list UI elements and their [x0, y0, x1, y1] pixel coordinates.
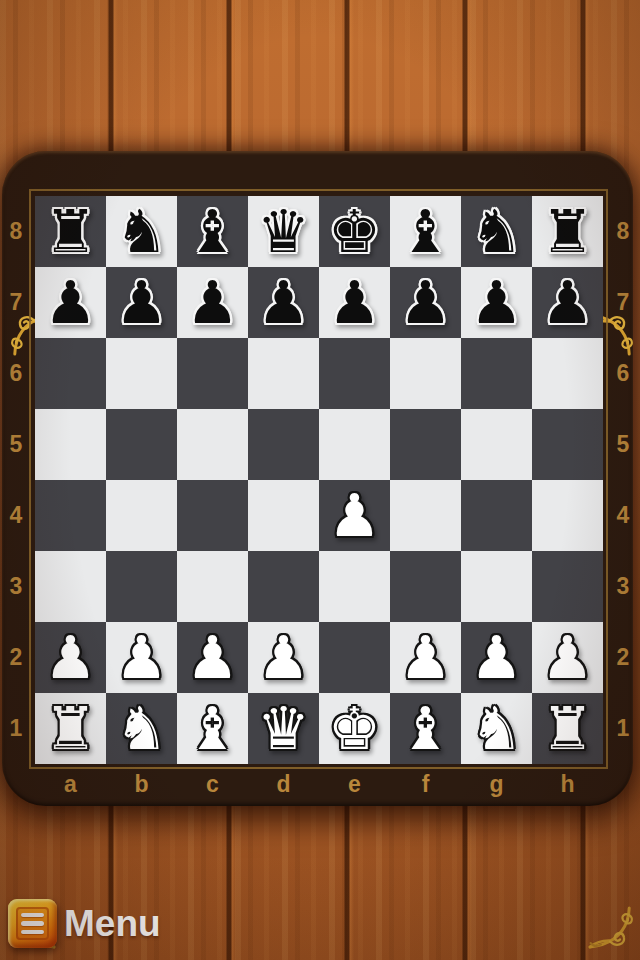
file-label-g: g	[461, 769, 532, 799]
square-e3[interactable]	[319, 551, 390, 622]
file-label-e: e	[319, 769, 390, 799]
square-g6[interactable]	[461, 338, 532, 409]
piece-black-rook-h8[interactable]: ♜	[541, 202, 594, 261]
square-b4[interactable]	[106, 480, 177, 551]
piece-white-pawn-d2[interactable]: ♟	[257, 628, 310, 687]
square-a7[interactable]: ♟	[35, 267, 106, 338]
rank-label-7-right: 7	[611, 267, 635, 338]
piece-black-pawn-e7[interactable]: ♟	[328, 273, 381, 332]
square-e2[interactable]	[319, 622, 390, 693]
rank-label-6-right: 6	[611, 338, 635, 409]
square-b3[interactable]	[106, 551, 177, 622]
piece-black-knight-b8[interactable]: ♞	[115, 202, 168, 261]
square-g5[interactable]	[461, 409, 532, 480]
piece-black-pawn-f7[interactable]: ♟	[399, 273, 452, 332]
rank-label-4-left: 4	[4, 480, 28, 551]
rank-label-7-left: 7	[4, 267, 28, 338]
file-label-d: d	[248, 769, 319, 799]
piece-white-pawn-g2[interactable]: ♟	[470, 628, 523, 687]
piece-white-pawn-e4[interactable]: ♟	[328, 486, 381, 545]
square-b8[interactable]: ♞	[106, 196, 177, 267]
piece-black-knight-g8[interactable]: ♞	[470, 202, 523, 261]
piece-white-pawn-f2[interactable]: ♟	[399, 628, 452, 687]
square-a6[interactable]	[35, 338, 106, 409]
file-label-f: f	[390, 769, 461, 799]
square-c2[interactable]: ♟	[177, 622, 248, 693]
board[interactable]: ♜♞♝♛♚♝♞♜♟♟♟♟♟♟♟♟♟♟♟♟♟♟♟♟♜♞♝♛♚♝♞♜	[35, 196, 603, 764]
square-d3[interactable]	[248, 551, 319, 622]
rank-label-1-right: 1	[611, 693, 635, 764]
square-b1[interactable]: ♞	[106, 693, 177, 764]
square-d8[interactable]: ♛	[248, 196, 319, 267]
rank-label-2-right: 2	[611, 622, 635, 693]
square-h1[interactable]: ♜	[532, 693, 603, 764]
rank-label-4-right: 4	[611, 480, 635, 551]
square-c1[interactable]: ♝	[177, 693, 248, 764]
square-h3[interactable]	[532, 551, 603, 622]
square-f7[interactable]: ♟	[390, 267, 461, 338]
square-e1[interactable]: ♚	[319, 693, 390, 764]
piece-white-knight-b1[interactable]: ♞	[115, 699, 168, 758]
square-e6[interactable]	[319, 338, 390, 409]
piece-black-king-e8[interactable]: ♚	[328, 202, 381, 261]
square-d5[interactable]	[248, 409, 319, 480]
square-e5[interactable]	[319, 409, 390, 480]
square-f4[interactable]	[390, 480, 461, 551]
hamburger-menu-icon-face	[16, 907, 49, 940]
piece-white-knight-g1[interactable]: ♞	[470, 699, 523, 758]
square-g1[interactable]: ♞	[461, 693, 532, 764]
piece-black-pawn-h7[interactable]: ♟	[541, 273, 594, 332]
square-h8[interactable]: ♜	[532, 196, 603, 267]
square-c3[interactable]	[177, 551, 248, 622]
piece-black-rook-a8[interactable]: ♜	[44, 202, 97, 261]
menu-bar	[21, 930, 44, 935]
square-f5[interactable]	[390, 409, 461, 480]
square-d6[interactable]	[248, 338, 319, 409]
square-c4[interactable]	[177, 480, 248, 551]
piece-black-pawn-b7[interactable]: ♟	[115, 273, 168, 332]
piece-white-bishop-f1[interactable]: ♝	[399, 699, 452, 758]
square-h5[interactable]	[532, 409, 603, 480]
rank-label-1-left: 1	[4, 693, 28, 764]
square-b5[interactable]	[106, 409, 177, 480]
file-label-a: a	[35, 769, 106, 799]
file-label-b: b	[106, 769, 177, 799]
square-h2[interactable]: ♟	[532, 622, 603, 693]
square-e7[interactable]: ♟	[319, 267, 390, 338]
piece-black-pawn-g7[interactable]: ♟	[470, 273, 523, 332]
menu-button[interactable]: Menu	[8, 899, 161, 948]
app-background-wood: ♜♞♝♛♚♝♞♜♟♟♟♟♟♟♟♟♟♟♟♟♟♟♟♟♜♞♝♛♚♝♞♜ 8765432…	[0, 0, 640, 960]
menu-button-label: Menu	[64, 903, 161, 945]
square-a5[interactable]	[35, 409, 106, 480]
square-c5[interactable]	[177, 409, 248, 480]
menu-bar	[21, 921, 44, 926]
file-labels-bottom: abcdefgh	[35, 769, 603, 799]
square-a8[interactable]: ♜	[35, 196, 106, 267]
square-a2[interactable]: ♟	[35, 622, 106, 693]
piece-white-pawn-a2[interactable]: ♟	[44, 628, 97, 687]
menu-bar	[21, 913, 44, 918]
rank-label-8-left: 8	[4, 196, 28, 267]
square-a3[interactable]	[35, 551, 106, 622]
rank-label-3-left: 3	[4, 551, 28, 622]
square-g2[interactable]: ♟	[461, 622, 532, 693]
piece-white-queen-d1[interactable]: ♛	[257, 699, 310, 758]
square-d7[interactable]: ♟	[248, 267, 319, 338]
square-b6[interactable]	[106, 338, 177, 409]
piece-black-queen-d8[interactable]: ♛	[257, 202, 310, 261]
piece-white-pawn-c2[interactable]: ♟	[186, 628, 239, 687]
corner-flourish-icon	[587, 905, 635, 951]
rank-label-6-left: 6	[4, 338, 28, 409]
square-h4[interactable]	[532, 480, 603, 551]
square-g7[interactable]: ♟	[461, 267, 532, 338]
rank-labels-left: 87654321	[4, 196, 28, 764]
square-f3[interactable]	[390, 551, 461, 622]
piece-white-king-e1[interactable]: ♚	[328, 699, 381, 758]
square-e8[interactable]: ♚	[319, 196, 390, 267]
rank-label-3-right: 3	[611, 551, 635, 622]
square-h7[interactable]: ♟	[532, 267, 603, 338]
piece-white-rook-h1[interactable]: ♜	[541, 699, 594, 758]
square-d4[interactable]	[248, 480, 319, 551]
piece-black-bishop-f8[interactable]: ♝	[399, 202, 452, 261]
square-f8[interactable]: ♝	[390, 196, 461, 267]
square-f2[interactable]: ♟	[390, 622, 461, 693]
rank-label-5-right: 5	[611, 409, 635, 480]
rank-labels-right: 87654321	[611, 196, 635, 764]
piece-black-pawn-d7[interactable]: ♟	[257, 273, 310, 332]
square-c7[interactable]: ♟	[177, 267, 248, 338]
square-e4[interactable]: ♟	[319, 480, 390, 551]
file-label-h: h	[532, 769, 603, 799]
square-g3[interactable]	[461, 551, 532, 622]
square-d1[interactable]: ♛	[248, 693, 319, 764]
piece-white-pawn-h2[interactable]: ♟	[541, 628, 594, 687]
piece-white-bishop-c1[interactable]: ♝	[186, 699, 239, 758]
square-g8[interactable]: ♞	[461, 196, 532, 267]
piece-black-pawn-c7[interactable]: ♟	[186, 273, 239, 332]
hamburger-menu-icon[interactable]	[8, 899, 57, 948]
piece-black-pawn-a7[interactable]: ♟	[44, 273, 97, 332]
square-a4[interactable]	[35, 480, 106, 551]
square-c8[interactable]: ♝	[177, 196, 248, 267]
piece-white-rook-a1[interactable]: ♜	[44, 699, 97, 758]
square-g4[interactable]	[461, 480, 532, 551]
square-c6[interactable]	[177, 338, 248, 409]
square-a1[interactable]: ♜	[35, 693, 106, 764]
rank-label-8-right: 8	[611, 196, 635, 267]
rank-label-5-left: 5	[4, 409, 28, 480]
square-f1[interactable]: ♝	[390, 693, 461, 764]
file-label-c: c	[177, 769, 248, 799]
square-f6[interactable]	[390, 338, 461, 409]
piece-white-pawn-b2[interactable]: ♟	[115, 628, 168, 687]
square-b2[interactable]: ♟	[106, 622, 177, 693]
square-d2[interactable]: ♟	[248, 622, 319, 693]
piece-black-bishop-c8[interactable]: ♝	[186, 202, 239, 261]
square-h6[interactable]	[532, 338, 603, 409]
square-b7[interactable]: ♟	[106, 267, 177, 338]
rank-label-2-left: 2	[4, 622, 28, 693]
